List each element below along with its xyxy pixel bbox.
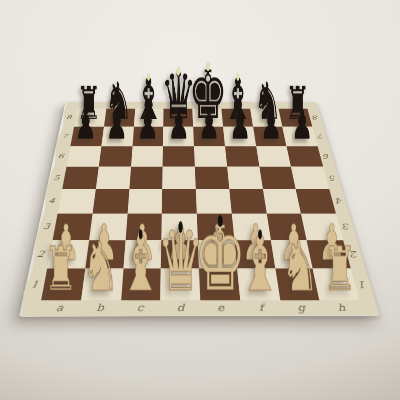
rank-label-left-1: 1 bbox=[24, 278, 46, 290]
rank-label-left-7: 7 bbox=[57, 132, 73, 140]
pawn-glyph: ♟ bbox=[106, 105, 128, 145]
square-g7[interactable]: ♟ bbox=[253, 127, 287, 146]
pawn-glyph: ♟ bbox=[198, 105, 220, 145]
rank-label-left-8: 8 bbox=[61, 114, 77, 121]
piece-black-pawn[interactable]: ♟ bbox=[260, 105, 282, 145]
square-g4[interactable] bbox=[263, 189, 302, 213]
square-c1[interactable]: ♝ bbox=[121, 269, 161, 301]
piece-white-king[interactable]: ♚ bbox=[194, 210, 246, 304]
square-e6[interactable] bbox=[194, 146, 227, 167]
square-h7[interactable]: ♟ bbox=[283, 127, 318, 146]
square-h5[interactable] bbox=[291, 167, 329, 189]
piece-white-bishop[interactable]: ♝ bbox=[119, 226, 161, 302]
square-h4[interactable] bbox=[296, 189, 336, 213]
square-e5[interactable] bbox=[195, 167, 229, 189]
square-a1[interactable]: ♜ bbox=[41, 269, 85, 301]
knight-glyph: ♞ bbox=[281, 232, 319, 300]
rank-label-right-8: 8 bbox=[309, 114, 322, 121]
rank-label-right-7: 7 bbox=[314, 132, 328, 140]
pawn-glyph: ♟ bbox=[137, 105, 159, 145]
square-c5[interactable] bbox=[129, 167, 163, 189]
square-a4[interactable] bbox=[58, 189, 96, 213]
rank-label-right-1: 1 bbox=[353, 278, 372, 290]
pawn-glyph: ♟ bbox=[75, 105, 97, 145]
piece-white-knight[interactable]: ♞ bbox=[281, 232, 319, 300]
pawn-glyph: ♟ bbox=[291, 105, 313, 145]
piece-black-pawn[interactable]: ♟ bbox=[106, 105, 128, 145]
chess-board: ♜♞♝♛♚♝♞♜♟♟♟♟♟♟♟♟♟♟♟♟♟♟♟♟♜♞♝♛♚♝♞♜ 8765432… bbox=[18, 102, 380, 317]
square-f5[interactable] bbox=[227, 167, 263, 189]
rank-label-right-4: 4 bbox=[331, 196, 347, 206]
square-f7[interactable]: ♟ bbox=[223, 127, 256, 146]
file-label-d: d bbox=[177, 301, 185, 314]
piece-black-pawn[interactable]: ♟ bbox=[229, 105, 251, 145]
pawn-glyph: ♟ bbox=[167, 105, 189, 145]
square-b4[interactable] bbox=[92, 189, 129, 213]
square-c6[interactable] bbox=[131, 146, 163, 167]
square-c7[interactable]: ♟ bbox=[132, 127, 163, 146]
rank-label-left-3: 3 bbox=[37, 221, 57, 231]
piece-finial bbox=[147, 73, 150, 80]
square-a6[interactable] bbox=[66, 146, 101, 167]
piece-black-pawn[interactable]: ♟ bbox=[167, 105, 189, 145]
square-d5[interactable] bbox=[162, 167, 195, 189]
square-d7[interactable]: ♟ bbox=[163, 127, 194, 146]
piece-black-pawn[interactable]: ♟ bbox=[198, 105, 220, 145]
square-a5[interactable] bbox=[62, 167, 98, 189]
square-b1[interactable]: ♞ bbox=[81, 269, 123, 301]
file-label-c: c bbox=[137, 301, 144, 314]
square-g1[interactable]: ♞ bbox=[275, 269, 320, 301]
rank-label-right-2: 2 bbox=[345, 248, 363, 259]
piece-white-knight[interactable]: ♞ bbox=[82, 232, 120, 300]
square-b6[interactable] bbox=[99, 146, 133, 167]
rank-label-left-4: 4 bbox=[42, 196, 61, 206]
square-f6[interactable] bbox=[225, 146, 259, 167]
knight-glyph: ♞ bbox=[82, 232, 120, 300]
pawn-glyph: ♟ bbox=[260, 105, 282, 145]
piece-black-pawn[interactable]: ♟ bbox=[291, 105, 313, 145]
scene: ♜♞♝♛♚♝♞♜♟♟♟♟♟♟♟♟♟♟♟♟♟♟♟♟♜♞♝♛♚♝♞♜ 8765432… bbox=[0, 0, 400, 400]
piece-finial bbox=[207, 62, 210, 71]
rank-label-right-6: 6 bbox=[319, 152, 334, 160]
square-d6[interactable] bbox=[163, 146, 195, 167]
piece-black-pawn[interactable]: ♟ bbox=[137, 105, 159, 145]
piece-finial bbox=[178, 221, 182, 232]
rank-label-left-5: 5 bbox=[47, 173, 65, 182]
square-e7[interactable]: ♟ bbox=[193, 127, 225, 146]
rank-label-left-2: 2 bbox=[30, 248, 51, 259]
piece-finial bbox=[139, 229, 143, 239]
piece-black-pawn[interactable]: ♟ bbox=[75, 105, 97, 145]
pawn-glyph: ♟ bbox=[229, 105, 251, 145]
rank-label-right-5: 5 bbox=[325, 173, 340, 182]
square-g6[interactable] bbox=[256, 146, 291, 167]
file-label-b: b bbox=[96, 301, 105, 314]
rank-label-right-3: 3 bbox=[338, 221, 355, 231]
rank-label-left-6: 6 bbox=[52, 152, 69, 160]
piece-finial bbox=[177, 67, 180, 75]
square-e1[interactable]: ♚ bbox=[199, 269, 240, 301]
square-g5[interactable] bbox=[259, 167, 296, 189]
square-a7[interactable]: ♟ bbox=[70, 127, 103, 146]
file-label-e: e bbox=[217, 301, 225, 314]
board-grid: ♜♞♝♛♚♝♞♜♟♟♟♟♟♟♟♟♟♟♟♟♟♟♟♟♜♞♝♛♚♝♞♜ bbox=[41, 109, 359, 301]
square-h6[interactable] bbox=[287, 146, 324, 167]
square-b7[interactable]: ♟ bbox=[101, 127, 133, 146]
square-b5[interactable] bbox=[96, 167, 131, 189]
square-h1[interactable]: ♜ bbox=[313, 269, 360, 301]
